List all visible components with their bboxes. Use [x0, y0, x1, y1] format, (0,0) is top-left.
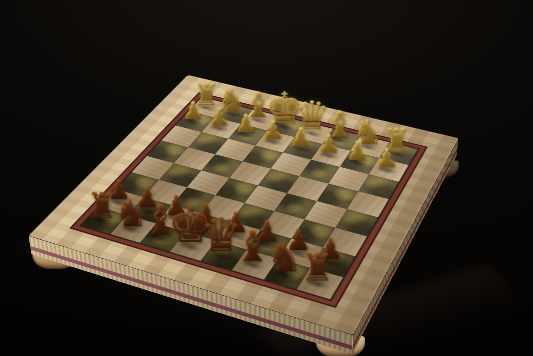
chess-piece-glyph: ♝: [233, 227, 271, 267]
scene: ♜♞♝♚♛♝♞♜♟♟♟♟♟♟♟♟♟♟♟♟♟♟♟♟♜♞♝♚♛♝♞♜: [0, 0, 533, 356]
photo-backdrop: ♜♞♝♚♛♝♞♜♟♟♟♟♟♟♟♟♟♟♟♟♟♟♟♟♜♞♝♚♛♝♞♜: [0, 0, 533, 356]
chess-piece-glyph: ♞: [266, 238, 302, 276]
chess-piece-glyph: ♜: [86, 189, 117, 222]
chess-piece-glyph: ♜: [300, 250, 334, 286]
chessboard-assembly: ♜♞♝♚♛♝♞♜♟♟♟♟♟♟♟♟♟♟♟♟♟♟♟♟♜♞♝♚♛♝♞♜: [28, 75, 458, 335]
